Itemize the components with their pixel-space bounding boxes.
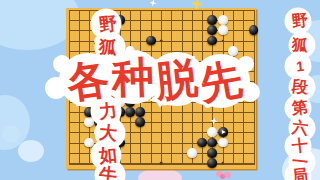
black-stone xyxy=(208,36,218,46)
black-stone xyxy=(136,107,146,117)
title-char: 脱 xyxy=(154,57,200,103)
bow-icon xyxy=(224,172,231,178)
black-stone xyxy=(208,25,218,35)
title-char: 各 xyxy=(64,57,111,104)
banner-char: 狐 xyxy=(291,36,309,54)
banner-char: 局 xyxy=(291,167,309,180)
star-point xyxy=(160,39,163,42)
white-stone xyxy=(218,15,228,25)
black-stone xyxy=(125,107,135,117)
banner-char: 大 xyxy=(98,123,118,143)
white-stone xyxy=(208,127,218,137)
black-stone xyxy=(136,117,146,127)
black-stone xyxy=(208,138,218,148)
black-stone xyxy=(146,36,156,46)
banner-char: 段 xyxy=(291,78,309,96)
title-char: 先 xyxy=(197,58,246,107)
banner-char: 牛 xyxy=(98,165,118,180)
star-point xyxy=(221,39,224,42)
thumbnail-stage: 各种脱先 野狐1段力大如牛 野狐1段第六十一局 xyxy=(0,0,320,180)
star-point xyxy=(221,162,224,165)
white-stone xyxy=(187,148,197,158)
title-char: 种 xyxy=(111,56,154,99)
bow-icon xyxy=(220,174,225,179)
black-stone xyxy=(249,25,259,35)
black-stone xyxy=(208,148,218,158)
banner-char: 六 xyxy=(291,119,309,137)
black-stone xyxy=(208,158,218,168)
banner-char: 如 xyxy=(98,145,118,165)
cloud-blob xyxy=(18,140,44,162)
banner-char: 1 xyxy=(295,59,304,74)
last-move-marker xyxy=(222,130,226,134)
star-point xyxy=(160,162,163,165)
banner-char: 第 xyxy=(291,99,309,117)
cloud-blob-pink xyxy=(138,168,182,180)
white-stone xyxy=(218,25,228,35)
black-stone xyxy=(208,15,218,25)
white-stone xyxy=(218,138,228,148)
banner-char: 野 xyxy=(291,12,309,30)
sparkle-icon xyxy=(149,0,157,7)
banner-char: 野 xyxy=(98,14,118,34)
black-stone xyxy=(197,138,207,148)
